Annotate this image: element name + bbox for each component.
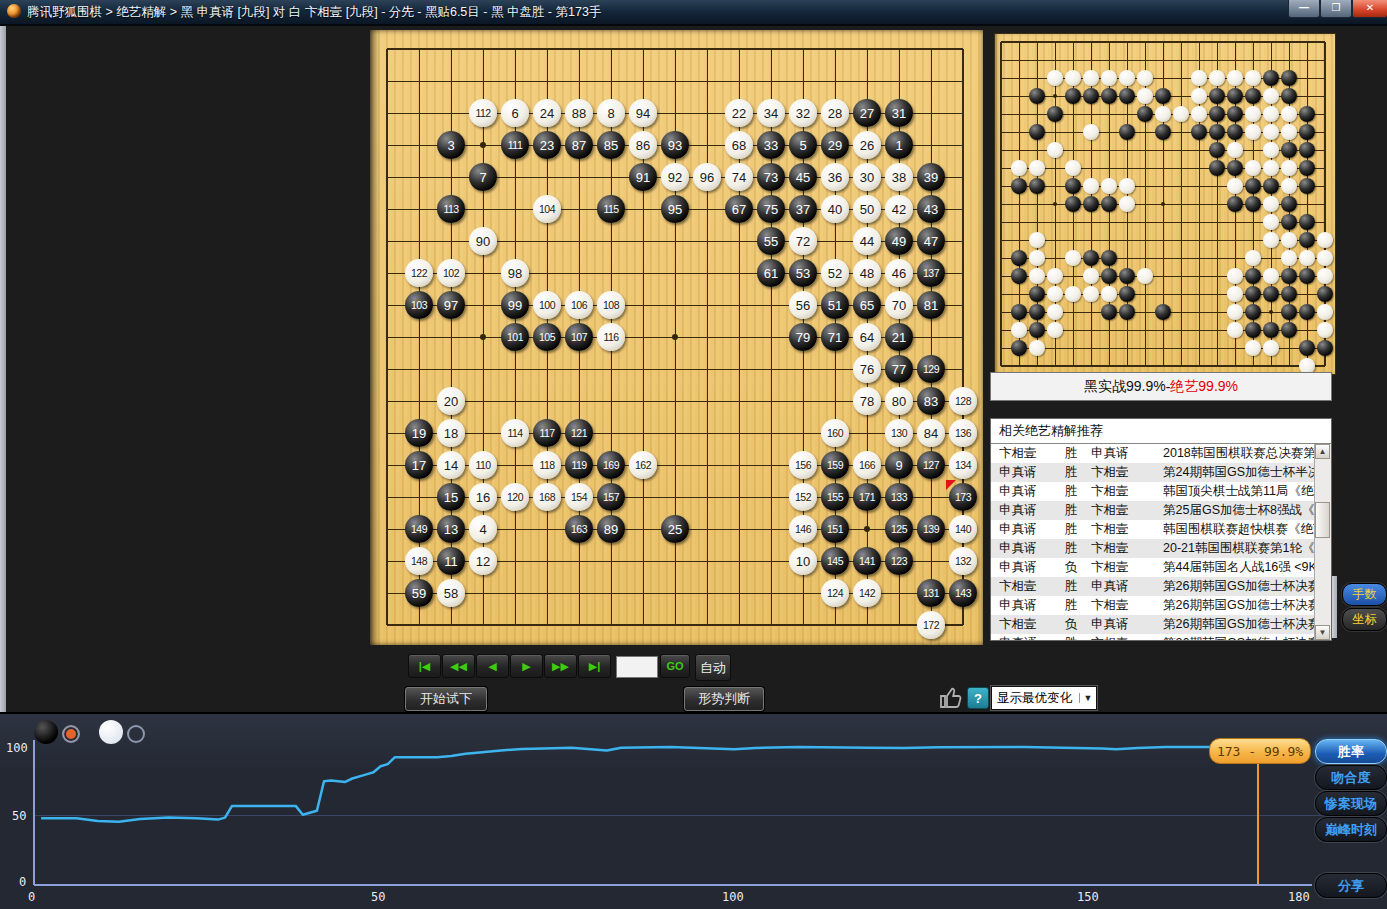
- result: 胜: [1065, 463, 1091, 482]
- scrollbar-thumb[interactable]: [1315, 502, 1330, 538]
- stone-move-162: [1137, 268, 1153, 284]
- stone-move-46: 46: [885, 259, 913, 287]
- stone-move-112: [1047, 70, 1063, 86]
- stone-move-25: 25: [661, 515, 689, 543]
- stone-move-128: 128: [949, 387, 977, 415]
- stone-move-90: [1047, 142, 1063, 158]
- stone-move-142: 142: [853, 579, 881, 607]
- stone-move-114: [1065, 250, 1081, 266]
- stone-move-133: 133: [885, 483, 913, 511]
- stone-move-148: [1011, 322, 1027, 338]
- stone-move-166: [1263, 268, 1279, 284]
- titlebar: 腾讯野狐围棋 > 绝艺精解 > 黑 申真谞 [九段] 对 白 卞相壹 [九段] …: [0, 0, 1387, 26]
- stone-move-130: 130: [885, 419, 913, 447]
- related-game-row[interactable]: 申真谞胜卞相壹第26期韩国GS加德士杯决赛第: [991, 634, 1331, 641]
- stone-move-37: [1227, 124, 1243, 140]
- stone-move-163: 163: [565, 515, 593, 543]
- go-button[interactable]: GO: [660, 654, 690, 678]
- stone-move-84: [1299, 250, 1315, 266]
- stone-move-43: [1299, 124, 1315, 140]
- stone-move-15: 15: [437, 483, 465, 511]
- stone-move-90: 90: [469, 227, 497, 255]
- stone-move-104: 104: [533, 195, 561, 223]
- stone-move-159: [1245, 268, 1261, 284]
- stone-move-79: 79: [789, 323, 817, 351]
- stone-move-79: [1227, 196, 1243, 212]
- stone-move-145: [1245, 322, 1261, 338]
- stone-move-106: [1101, 178, 1117, 194]
- peak-moment-button[interactable]: 巅峰时刻: [1315, 817, 1387, 842]
- scroll-up-icon[interactable]: ▲: [1315, 444, 1330, 459]
- event: 韩国围棋联赛超快棋赛《绝艺: [1163, 520, 1331, 539]
- stone-move-39: 39: [917, 163, 945, 191]
- stone-move-20: [1029, 232, 1045, 248]
- stone-move-38: [1281, 106, 1297, 122]
- stone-move-64: 64: [853, 323, 881, 351]
- player1: 申真谞: [991, 482, 1065, 501]
- stone-move-94: 94: [629, 99, 657, 127]
- black-stone-legend-icon: [34, 720, 58, 744]
- stone-move-146: [1227, 304, 1243, 320]
- stone-move-76: [1263, 214, 1279, 230]
- stone-move-127: [1299, 268, 1315, 284]
- stone-move-85: 85: [597, 131, 625, 159]
- stone-move-132: [1317, 322, 1333, 338]
- stone-move-89: [1119, 304, 1135, 320]
- stone-move-47: [1299, 142, 1315, 158]
- stone-move-18: [1029, 250, 1045, 266]
- stone-move-65: [1263, 178, 1279, 194]
- stone-move-136: [1317, 250, 1333, 266]
- white-stone-legend-icon: [99, 720, 123, 744]
- stone-move-56: 56: [789, 291, 817, 319]
- move-number-input[interactable]: [616, 656, 658, 678]
- stone-move-157: [1119, 286, 1135, 302]
- stone-move-36: [1245, 106, 1261, 122]
- stone-move-132: 132: [949, 547, 977, 575]
- stone-move-73: 73: [757, 163, 785, 191]
- x-tick-0: 0: [28, 890, 35, 904]
- event: 第26期韩国GS加德士杯决赛第: [1163, 577, 1331, 596]
- minimize-button[interactable]: —: [1288, 0, 1320, 18]
- start-trial-button[interactable]: 开始试下: [405, 687, 487, 711]
- move-navigation: |◀◀◀◀▶▶▶▶|GO: [408, 654, 691, 678]
- stone-move-4: 4: [469, 515, 497, 543]
- auto-play-button[interactable]: 自动: [695, 654, 731, 681]
- stone-move-27: 27: [853, 99, 881, 127]
- stone-move-27: [1263, 70, 1279, 86]
- stone-move-111: [1065, 88, 1081, 104]
- stone-move-141: 141: [853, 547, 881, 575]
- event: 第25届GS加德士杯8强战《绝艺: [1163, 501, 1331, 520]
- stone-move-75: [1209, 124, 1225, 140]
- current-move-badge: 173 - 99.9%: [1209, 738, 1311, 764]
- stone-move-39: [1299, 106, 1315, 122]
- stone-move-166: 166: [853, 451, 881, 479]
- player2: 卞相壹: [1091, 482, 1163, 501]
- nav-forward-button[interactable]: ▶: [510, 654, 543, 678]
- player1: 卞相壹: [991, 577, 1065, 596]
- stone-move-80: 80: [885, 387, 913, 415]
- help-button[interactable]: ?: [967, 687, 989, 709]
- event: 第26期韩国GS加德士杯决赛第: [1163, 615, 1331, 634]
- y-tick-100: 100: [6, 741, 28, 755]
- player2: 卞相壹: [1091, 520, 1163, 539]
- stone-move-100: [1083, 178, 1099, 194]
- stone-move-3: 3: [437, 131, 465, 159]
- stone-move-131: [1299, 340, 1315, 356]
- stone-move-55: [1209, 142, 1225, 158]
- stone-move-99: [1065, 178, 1081, 194]
- stone-move-74: 74: [725, 163, 753, 191]
- stone-move-32: 32: [789, 99, 817, 127]
- white-winrate-radio[interactable]: [127, 725, 145, 743]
- player1: 卞相壹: [991, 615, 1065, 634]
- player2: 申真谞: [1091, 615, 1163, 634]
- stone-move-65: 65: [853, 291, 881, 319]
- related-game-row[interactable]: 申真谞胜卞相壹韩国顶尖棋士战第11局《绝艺: [991, 482, 1331, 501]
- related-game-row[interactable]: 卞相壹胜申真谞第26期韩国GS加德士杯决赛第: [991, 577, 1331, 596]
- related-game-row[interactable]: 卞相壹负申真谞第26期韩国GS加德士杯决赛第: [991, 615, 1331, 634]
- main-board-stones: 1126248889422343228273131112387858693683…: [371, 33, 979, 641]
- stone-move-31: [1281, 70, 1297, 86]
- nav-first-button[interactable]: |◀: [408, 654, 441, 678]
- related-game-row[interactable]: 申真谞胜卞相壹20-21韩国围棋联赛第1轮《绝: [991, 539, 1331, 558]
- stone-move-21: [1281, 196, 1297, 212]
- stone-move-20: 20: [437, 387, 465, 415]
- related-game-row[interactable]: 申真谞负卞相壹第44届韩国名人战16强 <9K&: [991, 558, 1331, 577]
- stone-move-44: 44: [853, 227, 881, 255]
- stone-move-98: 98: [501, 259, 529, 287]
- stone-move-171: [1263, 286, 1279, 302]
- stone-move-52: [1245, 160, 1261, 176]
- player2: 申真谞: [1091, 577, 1163, 596]
- stone-move-102: 102: [437, 259, 465, 287]
- stone-move-11: 11: [437, 547, 465, 575]
- x-tick-150: 150: [1077, 890, 1099, 904]
- stone-move-33: 33: [757, 131, 785, 159]
- result: 负: [1065, 558, 1091, 577]
- stone-move-133: [1281, 286, 1297, 302]
- chevron-down-icon: ▼: [1079, 693, 1096, 703]
- stone-move-154: 154: [565, 483, 593, 511]
- stone-move-145: 145: [821, 547, 849, 575]
- result: 胜: [1065, 501, 1091, 520]
- stone-move-108: [1119, 178, 1135, 194]
- stone-move-134: [1317, 268, 1333, 284]
- stone-move-44: [1263, 142, 1279, 158]
- related-game-row[interactable]: 申真谞胜卞相壹第26期韩国GS加德士杯决赛第: [991, 596, 1331, 615]
- stone-move-143: 143: [949, 579, 977, 607]
- event: 韩国顶尖棋士战第11局《绝艺: [1163, 482, 1331, 501]
- stone-move-110: [1047, 268, 1063, 284]
- stone-move-88: 88: [565, 99, 593, 127]
- stone-move-131: 131: [917, 579, 945, 607]
- stone-move-119: 119: [565, 451, 593, 479]
- stone-move-33: [1209, 88, 1225, 104]
- stone-move-108: 108: [597, 291, 625, 319]
- stone-move-17: 17: [405, 451, 433, 479]
- stone-move-86: 86: [629, 131, 657, 159]
- event: 20-21韩国围棋联赛第1轮《绝: [1163, 539, 1331, 558]
- stone-move-121: [1101, 250, 1117, 266]
- stone-move-53: 53: [789, 259, 817, 287]
- related-games-panel: 相关绝艺精解推荐 卞相壹胜申真谞2018韩国围棋联赛总决赛第2申真谞胜卞相壹第2…: [990, 418, 1332, 641]
- stone-move-71: 71: [821, 323, 849, 351]
- stone-move-42: 42: [885, 195, 913, 223]
- stone-move-77: 77: [885, 355, 913, 383]
- stone-move-148: 148: [405, 547, 433, 575]
- caption-black-winrate: 黑实战99.9%: [1084, 378, 1166, 396]
- stone-move-160: [1245, 250, 1261, 266]
- stone-move-30: 30: [853, 163, 881, 191]
- winrate-chart: [0, 714, 1387, 909]
- stone-move-72: 72: [789, 227, 817, 255]
- stone-move-127: 127: [917, 451, 945, 479]
- stone-move-68: 68: [725, 131, 753, 159]
- result: 胜: [1065, 596, 1091, 615]
- stone-move-9: [1281, 268, 1297, 284]
- stone-move-124: 124: [821, 579, 849, 607]
- app-icon: [7, 4, 21, 18]
- stone-move-92: [1155, 106, 1171, 122]
- position-judge-button[interactable]: 形势判断: [684, 687, 764, 711]
- nav-last-button[interactable]: ▶|: [578, 654, 611, 678]
- stone-move-55: 55: [757, 227, 785, 255]
- stone-move-173: [1317, 286, 1333, 302]
- stone-move-92: 92: [661, 163, 689, 191]
- stone-move-7: [1047, 106, 1063, 122]
- stone-move-37: 37: [789, 195, 817, 223]
- stone-move-117: 117: [533, 419, 561, 447]
- stone-move-23: 23: [533, 131, 561, 159]
- stone-move-160: 160: [821, 419, 849, 447]
- fox-go-review-window: 腾讯野狐围棋 > 绝艺精解 > 黑 申真谞 [九段] 对 白 卞相壹 [九段] …: [0, 0, 1387, 909]
- player1: 申真谞: [991, 520, 1065, 539]
- player1: 申真谞: [991, 539, 1065, 558]
- stone-move-12: 12: [469, 547, 497, 575]
- stone-move-43: 43: [917, 195, 945, 223]
- stone-move-103: 103: [405, 291, 433, 319]
- stone-move-58: 58: [437, 579, 465, 607]
- stone-move-13: 13: [437, 515, 465, 543]
- stone-move-21: 21: [885, 323, 913, 351]
- share-button[interactable]: 分享: [1315, 873, 1387, 898]
- nav-rewind-button[interactable]: ◀◀: [442, 654, 475, 678]
- related-game-row[interactable]: 申真谞胜卞相壹第24期韩国GS加德士杯半决赛: [991, 463, 1331, 482]
- stone-move-118: 118: [533, 451, 561, 479]
- stone-move-87: 87: [565, 131, 593, 159]
- stone-move-12: [1047, 322, 1063, 338]
- stone-move-61: 61: [757, 259, 785, 287]
- stone-move-16: 16: [469, 483, 497, 511]
- black-winrate-radio-selected[interactable]: [62, 725, 80, 743]
- x-tick-180: 180: [1288, 890, 1310, 904]
- stone-move-53: [1227, 160, 1243, 176]
- stone-move-157: 157: [597, 483, 625, 511]
- stone-move-124: [1245, 340, 1261, 356]
- left-edge-strip: [0, 26, 6, 712]
- related-game-row[interactable]: 卞相壹胜申真谞2018韩国围棋联赛总决赛第2: [991, 444, 1331, 463]
- stone-move-163: [1101, 304, 1117, 320]
- player2: 卞相壹: [1091, 501, 1163, 520]
- stone-move-49: [1281, 142, 1297, 158]
- stone-move-70: 70: [885, 291, 913, 319]
- stone-move-73: [1209, 106, 1225, 122]
- stone-move-16: [1047, 286, 1063, 302]
- show-move-numbers-button[interactable]: 手数: [1342, 583, 1387, 606]
- y-tick-0: 0: [19, 875, 26, 889]
- stone-move-83: [1299, 232, 1315, 248]
- stone-move-115: [1119, 124, 1135, 140]
- event: 第44届韩国名人战16强 <9K&: [1163, 558, 1331, 577]
- result: 胜: [1065, 634, 1091, 641]
- stone-move-86: [1137, 88, 1153, 104]
- stone-move-98: [1065, 160, 1081, 176]
- y-tick-50: 50: [12, 809, 26, 823]
- stone-move-125: [1281, 304, 1297, 320]
- stone-move-140: [1317, 304, 1333, 320]
- stone-move-152: 152: [789, 483, 817, 511]
- main-go-board[interactable]: 1126248889422343228273131112387858693683…: [370, 30, 983, 645]
- stone-move-14: 14: [437, 451, 465, 479]
- thumbs-up-icon[interactable]: [938, 685, 964, 710]
- player1: 申真谞: [991, 596, 1065, 615]
- stone-move-76: 76: [853, 355, 881, 383]
- event: 2018韩国围棋联赛总决赛第2: [1163, 444, 1331, 463]
- stone-move-113: [1029, 124, 1045, 140]
- stone-move-10: 10: [789, 547, 817, 575]
- stone-move-8: 8: [597, 99, 625, 127]
- stone-move-97: [1029, 178, 1045, 194]
- stone-move-1: [1281, 88, 1297, 104]
- mini-board-stones: [992, 33, 1334, 375]
- stone-move-68: [1191, 88, 1207, 104]
- stone-move-75: 75: [757, 195, 785, 223]
- stone-move-71: [1245, 196, 1261, 212]
- stone-move-67: 67: [725, 195, 753, 223]
- event: 第24期韩国GS加德士杯半决赛: [1163, 463, 1331, 482]
- stone-move-97: 97: [437, 291, 465, 319]
- stone-move-40: 40: [821, 195, 849, 223]
- player1: 申真谞: [991, 501, 1065, 520]
- stone-move-104: [1083, 124, 1099, 140]
- stone-move-168: [1083, 286, 1099, 302]
- stone-move-149: 149: [405, 515, 433, 543]
- x-tick-100: 100: [722, 890, 744, 904]
- stone-move-113: 113: [437, 195, 465, 223]
- stone-move-106: 106: [565, 291, 593, 319]
- winrate-tab-button[interactable]: 胜率: [1315, 739, 1387, 764]
- player2: 卞相壹: [1091, 596, 1163, 615]
- best-variation-dropdown[interactable]: 显示最优变化 ▼: [991, 686, 1097, 710]
- result: 胜: [1065, 444, 1091, 463]
- event: 第26期韩国GS加德士杯决赛第: [1163, 634, 1331, 641]
- stone-move-52: 52: [821, 259, 849, 287]
- stone-move-48: 48: [853, 259, 881, 287]
- stone-move-26: [1263, 88, 1279, 104]
- show-coordinates-button[interactable]: 坐标: [1342, 608, 1387, 631]
- stone-move-29: 29: [821, 131, 849, 159]
- stone-move-168: 168: [533, 483, 561, 511]
- stone-move-91: 91: [629, 163, 657, 191]
- stone-move-61: [1209, 160, 1225, 176]
- stone-move-125: 125: [885, 515, 913, 543]
- stone-move-64: [1263, 196, 1279, 212]
- stone-move-94: [1137, 70, 1153, 86]
- stone-move-123: [1281, 322, 1297, 338]
- stone-move-36: 36: [821, 163, 849, 191]
- scroll-down-icon[interactable]: ▼: [1315, 625, 1330, 640]
- stone-move-77: [1281, 214, 1297, 230]
- stone-move-143: [1317, 340, 1333, 356]
- mini-go-board: [994, 33, 1336, 375]
- stone-move-19: 19: [405, 419, 433, 447]
- player2: 卞相壹: [1091, 558, 1163, 577]
- stone-move-116: [1119, 196, 1135, 212]
- stone-move-6: 6: [501, 99, 529, 127]
- stone-move-151: [1245, 304, 1261, 320]
- stone-move-155: 155: [821, 483, 849, 511]
- stone-move-118: [1083, 268, 1099, 284]
- disaster-scene-button[interactable]: 惨案现场: [1315, 791, 1387, 816]
- match-rate-button[interactable]: 吻合度: [1315, 765, 1387, 790]
- close-button[interactable]: ✕: [1352, 0, 1387, 18]
- stone-move-140: 140: [949, 515, 977, 543]
- stone-move-10: [1227, 322, 1243, 338]
- stone-move-159: 159: [821, 451, 849, 479]
- related-games-list: 卞相壹胜申真谞2018韩国围棋联赛总决赛第2申真谞胜卞相壹第24期韩国GS加德士…: [991, 444, 1331, 641]
- result: 胜: [1065, 520, 1091, 539]
- stone-move-119: [1101, 268, 1117, 284]
- stone-move-49: 49: [885, 227, 913, 255]
- stone-move-105: [1083, 196, 1099, 212]
- stone-move-26: 26: [853, 131, 881, 159]
- stone-move-162: 162: [629, 451, 657, 479]
- stone-move-84: 84: [917, 419, 945, 447]
- stone-move-142: [1263, 340, 1279, 356]
- stone-move-7: 7: [469, 163, 497, 191]
- stone-move-32: [1227, 70, 1243, 86]
- stone-move-107: 107: [565, 323, 593, 351]
- player2: 卞相壹: [1091, 463, 1163, 482]
- stone-move-173: 173: [949, 483, 977, 511]
- stone-move-120: 120: [501, 483, 529, 511]
- stone-move-93: [1155, 88, 1171, 104]
- stone-move-169: [1119, 268, 1135, 284]
- stone-move-123: 123: [885, 547, 913, 575]
- stone-move-137: [1299, 160, 1315, 176]
- related-game-row[interactable]: 申真谞胜卞相壹第25届GS加德士杯8强战《绝艺: [991, 501, 1331, 520]
- stone-move-18: 18: [437, 419, 465, 447]
- nav-back-button[interactable]: ◀: [476, 654, 509, 678]
- stone-move-139: 139: [917, 515, 945, 543]
- stone-move-141: [1263, 322, 1279, 338]
- stone-move-78: [1263, 232, 1279, 248]
- stone-move-110: 110: [469, 451, 497, 479]
- maximize-button[interactable]: ❐: [1320, 0, 1352, 18]
- stone-move-103: [1011, 178, 1027, 194]
- stone-move-89: 89: [597, 515, 625, 543]
- event: 第26期韩国GS加德士杯决赛第: [1163, 596, 1331, 615]
- related-scrollbar[interactable]: ▲ ▼: [1314, 444, 1331, 640]
- stone-move-129: [1299, 214, 1315, 230]
- stone-move-105: 105: [533, 323, 561, 351]
- related-game-row[interactable]: 申真谞胜卞相壹韩国围棋联赛超快棋赛《绝艺: [991, 520, 1331, 539]
- nav-fast-forward-button[interactable]: ▶▶: [544, 654, 577, 678]
- stone-move-9: 9: [885, 451, 913, 479]
- stone-move-31: 31: [885, 99, 913, 127]
